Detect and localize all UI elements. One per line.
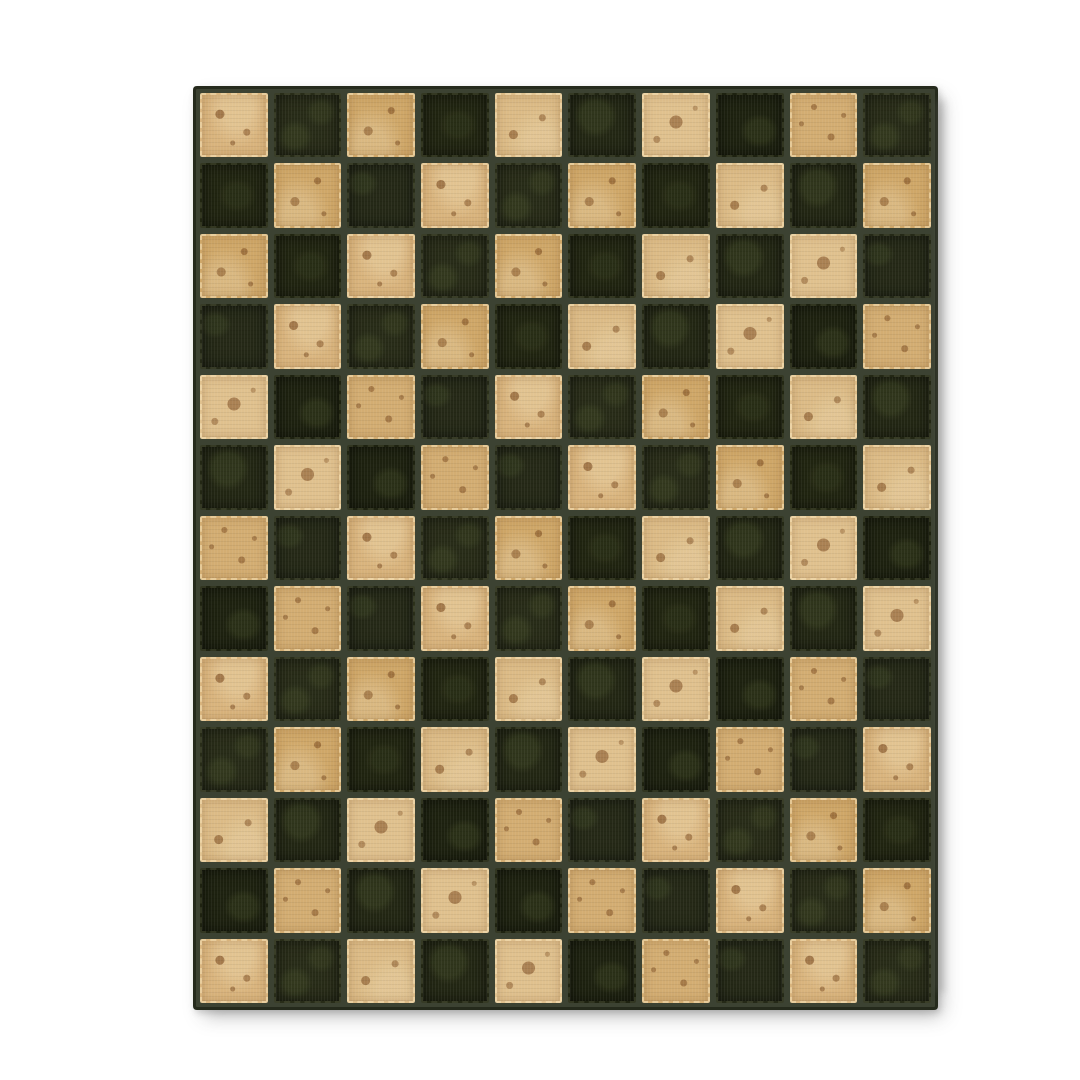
board-square <box>200 939 268 1003</box>
board-square <box>863 445 931 509</box>
board-square <box>421 868 489 932</box>
board-square <box>495 939 563 1003</box>
board-square <box>347 93 415 157</box>
board-square <box>642 657 710 721</box>
board-square <box>200 234 268 298</box>
board-square <box>790 163 858 227</box>
board-square <box>863 798 931 862</box>
board-square <box>863 657 931 721</box>
board-square <box>200 586 268 650</box>
board-square <box>347 657 415 721</box>
board-square <box>421 234 489 298</box>
page-background <box>0 0 1080 1080</box>
board-square <box>790 304 858 368</box>
board-square <box>495 375 563 439</box>
board-square <box>421 375 489 439</box>
board-square <box>274 727 342 791</box>
board-square <box>790 657 858 721</box>
board-grid <box>200 93 931 1003</box>
board-square <box>200 445 268 509</box>
board-square <box>863 868 931 932</box>
board-square <box>421 445 489 509</box>
board-square <box>716 163 784 227</box>
board-square <box>642 868 710 932</box>
board-square <box>274 516 342 580</box>
board-square <box>495 445 563 509</box>
board-square <box>790 868 858 932</box>
board-square <box>863 939 931 1003</box>
board-square <box>274 798 342 862</box>
board-square <box>790 93 858 157</box>
board-square <box>716 445 784 509</box>
board-square <box>347 445 415 509</box>
board-square <box>642 163 710 227</box>
board-square <box>568 727 636 791</box>
board-square <box>274 657 342 721</box>
board-square <box>200 727 268 791</box>
board-square <box>421 516 489 580</box>
board-square <box>495 657 563 721</box>
board-square <box>863 727 931 791</box>
board-square <box>568 375 636 439</box>
board-square <box>642 516 710 580</box>
board-square <box>642 727 710 791</box>
board-square <box>347 375 415 439</box>
board-square <box>642 798 710 862</box>
board-square <box>863 375 931 439</box>
board-square <box>863 586 931 650</box>
board-square <box>568 657 636 721</box>
board-square <box>495 234 563 298</box>
board-square <box>716 516 784 580</box>
board-square <box>568 868 636 932</box>
board-square <box>200 516 268 580</box>
board-square <box>790 375 858 439</box>
board-square <box>495 727 563 791</box>
board-square <box>200 375 268 439</box>
board-square <box>274 586 342 650</box>
board-square <box>347 163 415 227</box>
board-square <box>790 939 858 1003</box>
board-square <box>421 657 489 721</box>
board-square <box>274 445 342 509</box>
board-square <box>568 234 636 298</box>
board-square <box>790 445 858 509</box>
board-square <box>790 586 858 650</box>
board-square <box>716 657 784 721</box>
board-square <box>716 727 784 791</box>
board-square <box>200 868 268 932</box>
board-square <box>495 798 563 862</box>
board-square <box>274 163 342 227</box>
board-square <box>716 586 784 650</box>
board-square <box>347 798 415 862</box>
board-square <box>863 93 931 157</box>
board-square <box>642 445 710 509</box>
board-square <box>495 586 563 650</box>
board-square <box>863 163 931 227</box>
board-square <box>421 163 489 227</box>
board-square <box>274 375 342 439</box>
board-square <box>347 516 415 580</box>
board-square <box>716 304 784 368</box>
board-square <box>495 93 563 157</box>
board-square <box>790 727 858 791</box>
board-square <box>200 304 268 368</box>
board-square <box>347 939 415 1003</box>
board-square <box>274 868 342 932</box>
board-square <box>347 586 415 650</box>
board-square <box>200 93 268 157</box>
board-square <box>347 727 415 791</box>
board-square <box>421 798 489 862</box>
board-square <box>568 445 636 509</box>
board-square <box>421 939 489 1003</box>
board-square <box>421 727 489 791</box>
board-square <box>200 657 268 721</box>
board-square <box>716 798 784 862</box>
board-square <box>274 93 342 157</box>
board-square <box>421 586 489 650</box>
board-square <box>274 939 342 1003</box>
board-square <box>200 163 268 227</box>
board-square <box>495 516 563 580</box>
board-square <box>790 516 858 580</box>
board-square <box>568 586 636 650</box>
board-square <box>347 234 415 298</box>
board-square <box>642 93 710 157</box>
board-square <box>863 234 931 298</box>
checkerboard-rug <box>193 86 938 1010</box>
board-square <box>347 868 415 932</box>
board-square <box>568 798 636 862</box>
board-square <box>495 868 563 932</box>
board-square <box>568 163 636 227</box>
board-square <box>568 939 636 1003</box>
board-square <box>347 304 415 368</box>
board-square <box>568 516 636 580</box>
board-square <box>790 798 858 862</box>
board-square <box>863 304 931 368</box>
board-square <box>568 304 636 368</box>
board-square <box>642 939 710 1003</box>
board-square <box>495 304 563 368</box>
board-square <box>274 234 342 298</box>
board-square <box>495 163 563 227</box>
board-square <box>716 93 784 157</box>
board-square <box>642 234 710 298</box>
board-square <box>568 93 636 157</box>
board-square <box>200 798 268 862</box>
board-square <box>274 304 342 368</box>
board-square <box>716 375 784 439</box>
board-square <box>716 868 784 932</box>
board-square <box>716 939 784 1003</box>
board-square <box>863 516 931 580</box>
board-square <box>421 93 489 157</box>
board-square <box>421 304 489 368</box>
board-square <box>642 375 710 439</box>
board-square <box>642 304 710 368</box>
board-square <box>790 234 858 298</box>
board-square <box>716 234 784 298</box>
board-square <box>642 586 710 650</box>
